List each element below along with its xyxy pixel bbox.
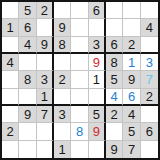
cell-r8c9[interactable]: 6 [141,123,158,140]
cell-r9c9[interactable] [141,141,158,158]
cell-r2c9[interactable]: 4 [141,19,158,36]
cell-r2c2[interactable]: 6 [19,19,36,36]
cell-r1c9[interactable] [141,2,158,19]
cell-r8c3[interactable] [37,123,54,140]
cell-r9c7[interactable]: 9 [106,141,123,158]
cell-r3c2[interactable]: 4 [19,37,36,54]
cell-r2c3[interactable] [37,19,54,36]
cell-r8c6[interactable]: 9 [89,123,106,140]
cell-r3c1[interactable] [2,37,19,54]
cell-r5c8[interactable]: 9 [123,71,140,88]
cell-r4c8[interactable]: 1 [123,54,140,71]
cell-r3c5[interactable] [71,37,88,54]
cell-r4c5[interactable] [71,54,88,71]
cell-r1c1[interactable] [2,2,19,19]
cell-r6c8[interactable]: 6 [123,89,140,106]
cell-r1c4[interactable] [54,2,71,19]
cell-r9c6[interactable] [89,141,106,158]
cell-r7c8[interactable]: 4 [123,106,140,123]
cell-r7c7[interactable]: 2 [106,106,123,123]
cell-r7c6[interactable]: 5 [89,106,106,123]
cell-r6c6[interactable] [89,89,106,106]
cell-r4c3[interactable] [37,54,54,71]
cell-r8c4[interactable] [54,123,71,140]
cell-r7c5[interactable] [71,106,88,123]
cell-r3c4[interactable]: 8 [54,37,71,54]
cell-r2c7[interactable] [106,19,123,36]
cell-r2c5[interactable] [71,19,88,36]
cell-r8c5[interactable]: 8 [71,123,88,140]
cell-r7c1[interactable] [2,106,19,123]
cell-r3c9[interactable] [141,37,158,54]
cell-r6c7[interactable]: 4 [106,89,123,106]
cell-r4c9[interactable]: 3 [141,54,158,71]
cell-r4c6[interactable]: 9 [89,54,106,71]
cell-r3c7[interactable]: 6 [106,37,123,54]
cell-r4c7[interactable]: 8 [106,54,123,71]
cell-r2c8[interactable] [123,19,140,36]
cell-r2c1[interactable]: 1 [2,19,19,36]
cell-r4c4[interactable] [54,54,71,71]
cell-r7c4[interactable]: 3 [54,106,71,123]
cell-r3c6[interactable]: 3 [89,37,106,54]
cell-r1c6[interactable]: 6 [89,2,106,19]
cell-r4c2[interactable] [19,54,36,71]
cell-r6c2[interactable] [19,89,36,106]
cell-r9c8[interactable]: 7 [123,141,140,158]
cell-r9c4[interactable]: 1 [54,141,71,158]
cell-r6c4[interactable] [54,89,71,106]
cell-r7c9[interactable] [141,106,158,123]
cell-r5c6[interactable]: 1 [89,71,106,88]
cell-r1c8[interactable] [123,2,140,19]
cell-r8c7[interactable] [106,123,123,140]
cell-r7c2[interactable]: 9 [19,106,36,123]
cell-r4c1[interactable]: 4 [2,54,19,71]
cell-r2c4[interactable]: 9 [54,19,71,36]
cell-r6c1[interactable] [2,89,19,106]
cell-r5c9[interactable]: 7 [141,71,158,88]
cell-r5c3[interactable]: 3 [37,71,54,88]
sudoku-board: 5261694498362498138321597146297352428956… [0,0,160,160]
cell-r5c1[interactable] [2,71,19,88]
cell-r2c6[interactable] [89,19,106,36]
cell-r1c3[interactable]: 2 [37,2,54,19]
cell-r8c1[interactable]: 2 [2,123,19,140]
cell-r8c2[interactable] [19,123,36,140]
cell-r3c3[interactable]: 9 [37,37,54,54]
cell-r6c3[interactable]: 1 [37,89,54,106]
cell-r6c5[interactable] [71,89,88,106]
cell-r5c4[interactable]: 2 [54,71,71,88]
cell-r9c5[interactable] [71,141,88,158]
cell-r1c5[interactable] [71,2,88,19]
cell-r8c8[interactable]: 5 [123,123,140,140]
cell-r5c5[interactable] [71,71,88,88]
cell-r9c2[interactable] [19,141,36,158]
cell-r5c7[interactable]: 5 [106,71,123,88]
cell-r9c1[interactable] [2,141,19,158]
cell-r1c7[interactable] [106,2,123,19]
cell-r7c3[interactable]: 7 [37,106,54,123]
cell-r5c2[interactable]: 8 [19,71,36,88]
cell-r9c3[interactable] [37,141,54,158]
cell-r1c2[interactable]: 5 [19,2,36,19]
cell-r3c8[interactable]: 2 [123,37,140,54]
cell-r6c9[interactable]: 2 [141,89,158,106]
